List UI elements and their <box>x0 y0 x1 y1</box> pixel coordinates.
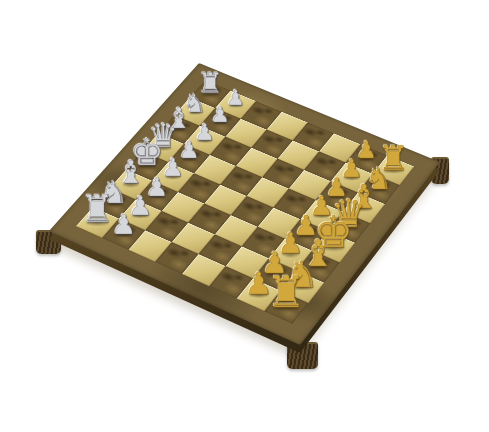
chess-set-photo: ♜♞♝♛♚♝♞♜♟♟♟♟♟♟♟♟♟♟♟♟♟♟♟♟♜♞♝♛♚♝♞♜ <box>0 0 489 432</box>
chess-board <box>49 63 440 345</box>
